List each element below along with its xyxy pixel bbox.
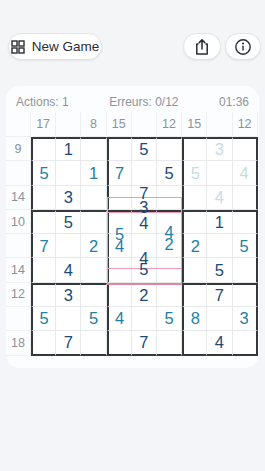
cell-r9c8[interactable]: 4	[207, 331, 232, 355]
user-digit: 4	[109, 307, 131, 330]
cell-r8c4[interactable]: 4	[107, 307, 132, 331]
cell-r5c4[interactable]: 4	[107, 234, 132, 258]
row-clue-7: 12	[6, 283, 31, 307]
info-button[interactable]	[225, 33, 261, 60]
col-clue-2	[56, 112, 81, 137]
share-button[interactable]	[183, 33, 221, 60]
cell-r4c9[interactable]	[233, 210, 258, 234]
cell-r5c9[interactable]: 5	[233, 234, 258, 258]
game-panel: Actions: 1 Erreurs: 0/12 01:36 178151215…	[6, 86, 259, 368]
cell-r6c1[interactable]	[31, 258, 56, 282]
cell-r1c1[interactable]	[31, 137, 56, 161]
cell-r8c7[interactable]: 8	[182, 307, 207, 331]
cell-r3c7[interactable]	[182, 186, 207, 210]
cell-r7c5[interactable]: 2	[132, 283, 157, 307]
cell-r9c2[interactable]: 7	[56, 331, 81, 355]
row-clue-8	[6, 307, 31, 331]
cell-r9c9[interactable]	[233, 331, 258, 355]
info-icon	[234, 38, 252, 56]
actions-counter: Actions: 1	[16, 95, 69, 109]
cell-r3c5[interactable]: 73	[132, 186, 157, 210]
user-digit: 8	[184, 307, 206, 330]
user-digit: 4	[109, 234, 131, 257]
cell-r3c6[interactable]	[157, 186, 182, 210]
cell-r8c8[interactable]	[207, 307, 232, 331]
given-digit: 2	[132, 285, 156, 306]
cell-r8c1[interactable]: 5	[31, 307, 56, 331]
hint-digit: 4	[207, 186, 231, 209]
app-screen: { "game": "sudoku (frame/sum-clue varian…	[0, 0, 265, 471]
cell-r3c8[interactable]: 4	[207, 186, 232, 210]
given-digit: 5	[132, 257, 156, 280]
user-digit: 5	[233, 234, 256, 257]
given-digit: 3	[56, 285, 80, 306]
row-clue-2	[6, 161, 31, 185]
cell-r9c1[interactable]	[31, 331, 56, 355]
cell-r1c9[interactable]	[233, 137, 258, 161]
col-clue-9: 12	[233, 112, 258, 137]
cell-r3c2[interactable]: 3	[56, 186, 81, 210]
cell-r5c3[interactable]: 2	[81, 234, 106, 258]
given-digit: 4	[132, 213, 156, 234]
cell-r6c6[interactable]	[157, 258, 182, 282]
hint-digit: 5	[184, 161, 206, 184]
cell-r5c6[interactable]: 2	[157, 234, 182, 258]
col-clue-8	[207, 112, 232, 137]
cell-r5c8[interactable]	[207, 234, 232, 258]
grid-icon	[11, 40, 25, 54]
cell-r2c1[interactable]: 5	[31, 161, 56, 185]
cell-r6c5[interactable]: 5	[132, 258, 157, 282]
given-digit: 1	[56, 139, 80, 160]
user-digit: 7	[33, 234, 55, 257]
cell-r8c6[interactable]: 5	[157, 307, 182, 331]
status-bar: Actions: 1 Erreurs: 0/12 01:36	[6, 86, 259, 112]
cell-r9c6[interactable]	[157, 331, 182, 355]
cell-r7c8[interactable]: 7	[207, 283, 232, 307]
col-clue-1: 17	[31, 112, 56, 137]
cell-r8c9[interactable]: 3	[233, 307, 258, 331]
given-digit: 4	[207, 331, 231, 353]
cell-r7c4[interactable]	[107, 283, 132, 307]
user-digit: 3	[233, 307, 256, 330]
col-clue-6: 12	[157, 112, 182, 137]
given-digit: 3	[56, 186, 80, 209]
cell-r8c3[interactable]: 5	[81, 307, 106, 331]
row-clue-6: 14	[6, 258, 31, 282]
cell-r7c7[interactable]	[182, 283, 207, 307]
cell-r4c5[interactable]: 4	[132, 210, 157, 234]
user-digit: 7	[109, 161, 131, 184]
cell-r3c9[interactable]	[233, 186, 258, 210]
cell-r5c7[interactable]: 2	[182, 234, 207, 258]
row-clue-4: 10	[6, 210, 31, 234]
col-clue-5	[132, 112, 157, 137]
row-clue-3: 14	[6, 186, 31, 210]
given-digit: 5	[207, 258, 231, 281]
cell-r6c7[interactable]	[182, 258, 207, 282]
cell-r9c5[interactable]: 7	[132, 331, 157, 355]
cell-r7c2[interactable]: 3	[56, 283, 81, 307]
cell-r1c4[interactable]	[107, 137, 132, 161]
cell-r5c5[interactable]: 4	[132, 234, 157, 258]
row-clue-1: 9	[6, 137, 31, 161]
given-digit: 7	[132, 182, 156, 205]
user-digit: 1	[81, 161, 105, 184]
col-clue-7: 15	[182, 112, 207, 137]
cell-r4c1[interactable]	[31, 210, 56, 234]
cell-r7c9[interactable]	[233, 283, 258, 307]
col-clue-3: 8	[81, 112, 106, 137]
user-digit: 2	[81, 234, 105, 257]
user-digit: 5	[81, 307, 105, 330]
top-toolbar: New Game	[0, 0, 265, 86]
hint-digit: 3	[207, 139, 231, 160]
hint-digit: 4	[233, 161, 256, 184]
cell-r2c4[interactable]: 7	[107, 161, 132, 185]
user-digit: 5	[157, 307, 181, 330]
cell-r7c6[interactable]	[157, 283, 182, 307]
col-clue-4: 15	[107, 112, 132, 137]
cell-r3c4[interactable]	[107, 186, 132, 210]
given-digit: 4	[56, 258, 80, 281]
cell-r4c3[interactable]	[81, 210, 106, 234]
share-icon	[194, 38, 210, 56]
cell-r1c8[interactable]: 3	[207, 137, 232, 161]
cell-r2c8[interactable]	[207, 161, 232, 185]
given-digit: 1	[207, 212, 231, 233]
user-digit: 5	[33, 307, 55, 330]
cell-r6c4[interactable]	[107, 258, 132, 282]
cell-r2c7[interactable]: 5	[182, 161, 207, 185]
cell-r4c7[interactable]	[182, 210, 207, 234]
row-clue-9: 18	[6, 331, 31, 355]
board-corner	[6, 112, 31, 137]
cell-r6c2[interactable]: 4	[56, 258, 81, 282]
user-digit: 2	[157, 232, 181, 255]
given-digit: 5	[56, 212, 80, 233]
cell-r3c1[interactable]	[31, 186, 56, 210]
user-digit: 2	[184, 234, 206, 257]
cell-r5c1[interactable]: 7	[31, 234, 56, 258]
errors-counter: Erreurs: 0/12	[109, 95, 178, 109]
cell-r6c9[interactable]	[233, 258, 258, 282]
cell-r7c1[interactable]	[31, 283, 56, 307]
cell-r1c5[interactable]: 5	[132, 137, 157, 161]
cell-r8c5[interactable]	[132, 307, 157, 331]
cell-r9c7[interactable]	[182, 331, 207, 355]
given-digit: 5	[157, 161, 181, 184]
cell-r1c3[interactable]	[81, 137, 106, 161]
cell-r2c5[interactable]	[132, 161, 157, 185]
given-digit: 7	[56, 331, 80, 353]
cell-r4c4[interactable]: 5	[107, 210, 132, 234]
row-clue-5	[6, 234, 31, 258]
cell-r6c3[interactable]	[81, 258, 106, 282]
cell-r9c4[interactable]	[107, 331, 132, 355]
given-digit: 7	[132, 331, 156, 353]
new-game-label: New Game	[32, 39, 100, 54]
cell-r1c6[interactable]	[157, 137, 182, 161]
cell-r9c3[interactable]	[81, 331, 106, 355]
sudoku-board: 1781512151291535175541437341055441724422…	[6, 112, 258, 356]
new-game-button[interactable]: New Game	[8, 33, 102, 60]
user-digit: 5	[33, 161, 55, 184]
cell-r6c8[interactable]: 5	[207, 258, 232, 282]
cell-r4c2[interactable]: 5	[56, 210, 81, 234]
cell-r1c7[interactable]	[182, 137, 207, 161]
cell-r1c2[interactable]: 1	[56, 137, 81, 161]
cell-r2c3[interactable]: 1	[81, 161, 106, 185]
cell-r4c8[interactable]: 1	[207, 210, 232, 234]
cell-r8c2[interactable]	[56, 307, 81, 331]
cell-r7c3[interactable]	[81, 283, 106, 307]
timer: 01:36	[219, 95, 249, 109]
cell-r2c6[interactable]: 5	[157, 161, 182, 185]
cell-r2c9[interactable]: 4	[233, 161, 258, 185]
cell-r3c3[interactable]	[81, 186, 106, 210]
given-digit: 5	[132, 139, 156, 160]
cell-r5c2[interactable]	[56, 234, 81, 258]
cell-r4c6[interactable]: 4	[157, 210, 182, 234]
given-digit: 7	[207, 285, 231, 306]
cell-r2c2[interactable]	[56, 161, 81, 185]
